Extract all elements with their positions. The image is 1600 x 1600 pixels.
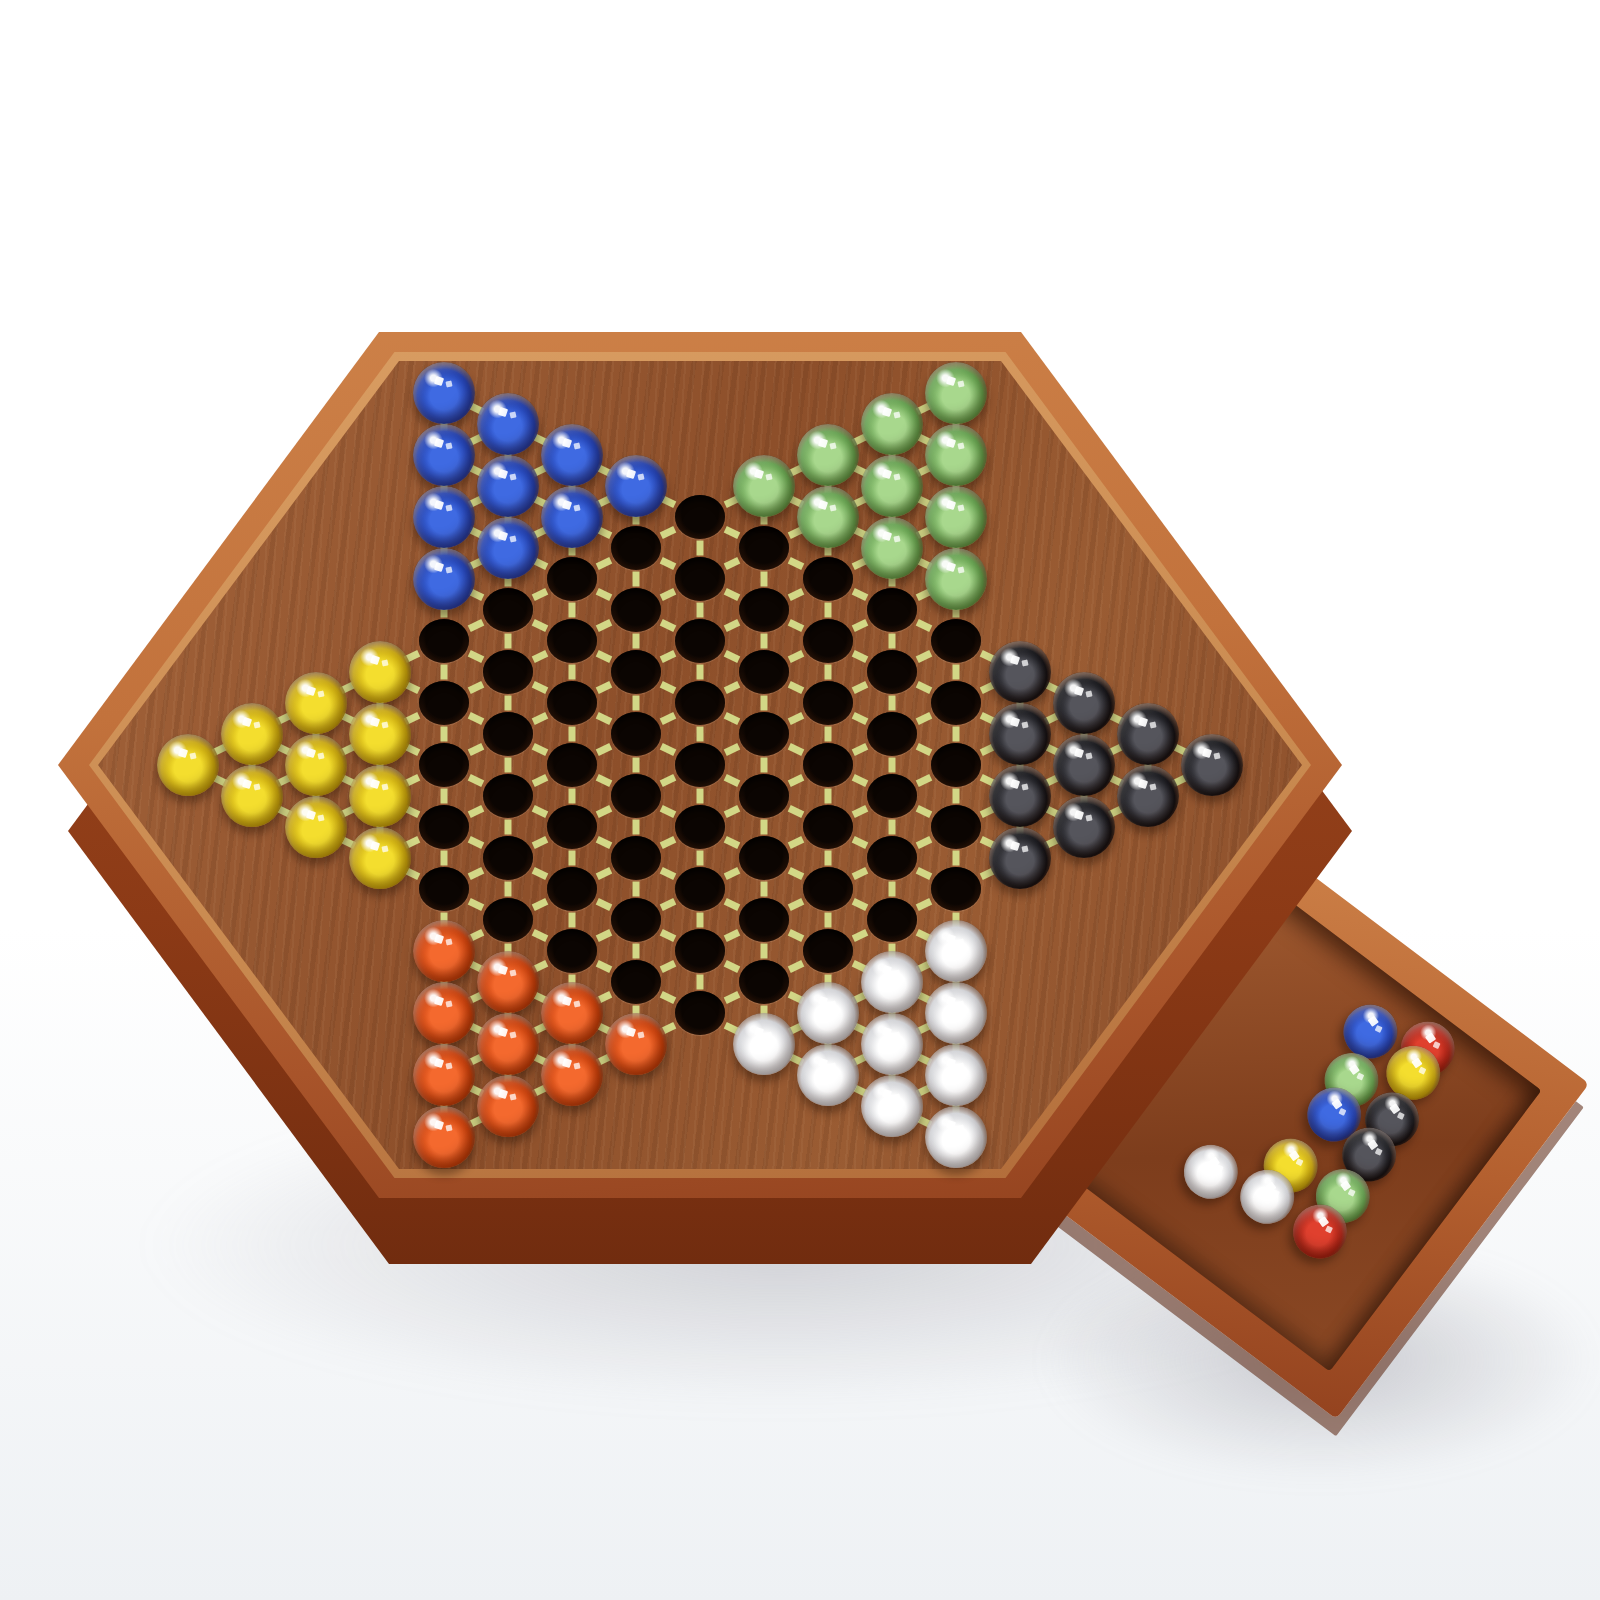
marble-orange[interactable]: [541, 1044, 603, 1106]
marble-highlight: [1086, 814, 1093, 821]
marble-blue[interactable]: [413, 362, 475, 424]
hole[interactable]: [803, 619, 853, 663]
marble-highlight: [830, 1062, 837, 1069]
marble-highlight: [882, 965, 892, 975]
marble-yellow[interactable]: [285, 672, 347, 734]
marble-white[interactable]: [925, 982, 987, 1044]
marble-black[interactable]: [1117, 703, 1179, 765]
marble-highlight: [318, 752, 325, 759]
marble-highlight: [1022, 783, 1029, 790]
marble-highlight: [1010, 779, 1020, 789]
marble-highlight: [562, 1058, 572, 1068]
hole[interactable]: [611, 712, 661, 756]
marble-highlight: [446, 1062, 453, 1069]
marble-highlight: [830, 504, 837, 511]
marble-highlight: [638, 1031, 645, 1038]
hole[interactable]: [547, 929, 597, 973]
marble-highlight: [574, 1062, 581, 1069]
hole[interactable]: [867, 898, 917, 942]
marble-blue[interactable]: [477, 393, 539, 455]
marble-highlight: [830, 442, 837, 449]
marble-blue[interactable]: [541, 424, 603, 486]
marble-white[interactable]: [925, 1106, 987, 1168]
marble-orange[interactable]: [413, 920, 475, 982]
hole[interactable]: [675, 681, 725, 725]
marble-highlight: [306, 748, 316, 758]
marble-highlight: [766, 473, 773, 480]
marble-green[interactable]: [797, 486, 859, 548]
hole[interactable]: [611, 588, 661, 632]
marble-highlight: [958, 380, 965, 387]
marble-highlight: [254, 783, 261, 790]
marble-black[interactable]: [989, 703, 1051, 765]
marble-highlight: [894, 411, 901, 418]
marble-highlight: [1214, 752, 1221, 759]
hole[interactable]: [611, 960, 661, 1004]
marble-highlight: [754, 1027, 764, 1037]
marble-highlight: [1339, 1107, 1347, 1115]
marble-highlight: [510, 473, 517, 480]
marble-highlight: [958, 1000, 965, 1007]
hole[interactable]: [675, 557, 725, 601]
hole[interactable]: [867, 836, 917, 880]
hole[interactable]: [739, 650, 789, 694]
marble-highlight: [1150, 783, 1157, 790]
scene: [0, 0, 1600, 1600]
marble-highlight: [446, 938, 453, 945]
marble-highlight: [1374, 1148, 1382, 1156]
marble-highlight: [946, 438, 956, 448]
marble-orange[interactable]: [605, 1013, 667, 1075]
marble-highlight: [510, 969, 517, 976]
marble-highlight: [894, 1031, 901, 1038]
marble-highlight: [574, 504, 581, 511]
marble-highlight: [946, 376, 956, 386]
marble-highlight: [946, 1058, 956, 1068]
marble-highlight: [1432, 1041, 1440, 1049]
marble-highlight: [562, 500, 572, 510]
marble-highlight: [370, 717, 380, 727]
marble-highlight: [446, 1000, 453, 1007]
hole[interactable]: [611, 774, 661, 818]
marble-white[interactable]: [797, 982, 859, 1044]
hole[interactable]: [867, 774, 917, 818]
hole[interactable]: [675, 929, 725, 973]
hole[interactable]: [931, 619, 981, 663]
marble-highlight: [1356, 1072, 1364, 1080]
marble-highlight: [882, 469, 892, 479]
marble-highlight: [434, 438, 444, 448]
hole[interactable]: [803, 805, 853, 849]
marble-yellow[interactable]: [349, 703, 411, 765]
marble-yellow[interactable]: [285, 734, 347, 796]
hole[interactable]: [483, 588, 533, 632]
marble-highlight: [958, 566, 965, 573]
marble-green[interactable]: [733, 455, 795, 517]
marble-green[interactable]: [861, 455, 923, 517]
marble-highlight: [818, 1058, 828, 1068]
marble-white[interactable]: [1173, 1134, 1249, 1210]
hole[interactable]: [931, 681, 981, 725]
marble-highlight: [946, 562, 956, 572]
marble-highlight: [894, 473, 901, 480]
marble-white[interactable]: [925, 1044, 987, 1106]
hole[interactable]: [739, 712, 789, 756]
marble-highlight: [434, 934, 444, 944]
hole[interactable]: [419, 743, 469, 787]
marble-highlight: [626, 469, 636, 479]
hole[interactable]: [483, 898, 533, 942]
marble-highlight: [882, 1089, 892, 1099]
marble-green[interactable]: [925, 548, 987, 610]
marble-highlight: [370, 779, 380, 789]
marble-highlight: [178, 748, 188, 758]
marble-highlight: [958, 1062, 965, 1069]
marble-black[interactable]: [1117, 765, 1179, 827]
marble-orange[interactable]: [541, 982, 603, 1044]
marble-highlight: [894, 1093, 901, 1100]
marble-highlight: [1216, 1165, 1224, 1173]
marble-highlight: [446, 566, 453, 573]
marble-green[interactable]: [861, 517, 923, 579]
marble-highlight: [574, 442, 581, 449]
marble-highlight: [498, 1089, 508, 1099]
marble-white[interactable]: [861, 951, 923, 1013]
marble-highlight: [510, 535, 517, 542]
marble-highlight: [946, 934, 956, 944]
hole[interactable]: [739, 836, 789, 880]
hole[interactable]: [547, 557, 597, 601]
hole[interactable]: [739, 588, 789, 632]
marble-blue[interactable]: [413, 548, 475, 610]
hole[interactable]: [547, 805, 597, 849]
marble-highlight: [1325, 1225, 1333, 1233]
marble-highlight: [894, 535, 901, 542]
hole[interactable]: [867, 712, 917, 756]
marble-orange[interactable]: [413, 1106, 475, 1168]
marble-highlight: [434, 1058, 444, 1068]
marble-highlight: [882, 531, 892, 541]
marble-highlight: [382, 783, 389, 790]
hole[interactable]: [483, 712, 533, 756]
marble-highlight: [382, 845, 389, 852]
hole[interactable]: [803, 743, 853, 787]
marble-highlight: [562, 438, 572, 448]
hole[interactable]: [867, 588, 917, 632]
marble-yellow[interactable]: [285, 796, 347, 858]
marble-green[interactable]: [925, 486, 987, 548]
marble-highlight: [254, 721, 261, 728]
marble-black[interactable]: [989, 641, 1051, 703]
marble-highlight: [1010, 655, 1020, 665]
marble-orange[interactable]: [477, 1013, 539, 1075]
marble-white[interactable]: [733, 1013, 795, 1075]
hole[interactable]: [547, 867, 597, 911]
hole[interactable]: [419, 619, 469, 663]
marble-blue[interactable]: [413, 486, 475, 548]
marble-yellow[interactable]: [221, 765, 283, 827]
hole[interactable]: [611, 898, 661, 942]
marble-highlight: [242, 779, 252, 789]
marble-white[interactable]: [925, 920, 987, 982]
marble-yellow[interactable]: [349, 827, 411, 889]
hole[interactable]: [931, 805, 981, 849]
hole[interactable]: [611, 836, 661, 880]
marble-highlight: [1010, 717, 1020, 727]
marble-yellow[interactable]: [349, 641, 411, 703]
hole[interactable]: [611, 650, 661, 694]
marble-orange[interactable]: [413, 1044, 475, 1106]
marble-yellow[interactable]: [157, 734, 219, 796]
hole[interactable]: [867, 650, 917, 694]
marble-highlight: [1272, 1190, 1280, 1198]
hole[interactable]: [803, 557, 853, 601]
marble-highlight: [1296, 1159, 1304, 1167]
marble-highlight: [818, 438, 828, 448]
marble-highlight: [1022, 659, 1029, 666]
marble-highlight: [958, 938, 965, 945]
marble-highlight: [1010, 841, 1020, 851]
marble-highlight: [510, 411, 517, 418]
marble-highlight: [626, 1027, 636, 1037]
hole[interactable]: [419, 681, 469, 725]
marble-highlight: [562, 996, 572, 1006]
hole[interactable]: [675, 743, 725, 787]
marble-highlight: [498, 469, 508, 479]
hole[interactable]: [675, 619, 725, 663]
marble-highlight: [946, 996, 956, 1006]
marble-highlight: [1397, 1112, 1405, 1120]
marble-highlight: [1074, 686, 1084, 696]
hole[interactable]: [675, 867, 725, 911]
marble-highlight: [766, 1031, 773, 1038]
marble-highlight: [1418, 1066, 1426, 1074]
marble-highlight: [434, 376, 444, 386]
marble-yellow[interactable]: [221, 703, 283, 765]
hole[interactable]: [675, 495, 725, 539]
marble-highlight: [1022, 845, 1029, 852]
marble-highlight: [446, 1124, 453, 1131]
marble-green[interactable]: [861, 393, 923, 455]
hole[interactable]: [419, 867, 469, 911]
marble-highlight: [1348, 1189, 1356, 1197]
hole[interactable]: [547, 681, 597, 725]
marble-highlight: [434, 996, 444, 1006]
marble-green[interactable]: [925, 424, 987, 486]
hole[interactable]: [419, 805, 469, 849]
marble-blue[interactable]: [477, 455, 539, 517]
marble-highlight: [382, 721, 389, 728]
hole[interactable]: [483, 650, 533, 694]
marble-highlight: [370, 841, 380, 851]
marble-highlight: [1138, 717, 1148, 727]
hole[interactable]: [611, 526, 661, 570]
hole[interactable]: [547, 743, 597, 787]
marble-highlight: [1202, 748, 1212, 758]
marble-black[interactable]: [1181, 734, 1243, 796]
marble-black[interactable]: [1053, 672, 1115, 734]
hole[interactable]: [931, 867, 981, 911]
hole[interactable]: [803, 681, 853, 725]
marble-blue[interactable]: [605, 455, 667, 517]
marble-white[interactable]: [861, 1075, 923, 1137]
marble-blue[interactable]: [413, 424, 475, 486]
marble-black[interactable]: [1053, 734, 1115, 796]
marble-highlight: [382, 659, 389, 666]
marble-highlight: [1086, 690, 1093, 697]
hole[interactable]: [547, 619, 597, 663]
marble-white[interactable]: [861, 1013, 923, 1075]
hole[interactable]: [739, 774, 789, 818]
marble-highlight: [1138, 779, 1148, 789]
marble-yellow[interactable]: [349, 765, 411, 827]
marble-highlight: [1074, 810, 1084, 820]
marble-orange[interactable]: [477, 1075, 539, 1137]
marble-white[interactable]: [797, 1044, 859, 1106]
hole[interactable]: [675, 805, 725, 849]
marble-highlight: [1086, 752, 1093, 759]
marble-highlight: [498, 407, 508, 417]
hole[interactable]: [739, 898, 789, 942]
marble-highlight: [1074, 748, 1084, 758]
hole[interactable]: [803, 867, 853, 911]
marble-highlight: [434, 562, 444, 572]
marble-blue[interactable]: [477, 517, 539, 579]
marble-highlight: [830, 1000, 837, 1007]
marble-highlight: [498, 531, 508, 541]
marble-highlight: [318, 814, 325, 821]
marble-highlight: [638, 473, 645, 480]
marble-highlight: [370, 655, 380, 665]
marble-highlight: [318, 690, 325, 697]
marble-highlight: [882, 407, 892, 417]
marble-highlight: [574, 1000, 581, 1007]
marble-highlight: [434, 500, 444, 510]
marble-highlight: [498, 1027, 508, 1037]
marble-highlight: [242, 717, 252, 727]
hole[interactable]: [739, 960, 789, 1004]
marble-black[interactable]: [989, 827, 1051, 889]
marble-highlight: [894, 969, 901, 976]
marble-highlight: [306, 810, 316, 820]
marble-highlight: [510, 1031, 517, 1038]
hole[interactable]: [931, 743, 981, 787]
marble-highlight: [1150, 721, 1157, 728]
marble-green[interactable]: [797, 424, 859, 486]
marble-highlight: [1375, 1024, 1383, 1032]
marble-black[interactable]: [989, 765, 1051, 827]
marble-highlight: [754, 469, 764, 479]
marble-highlight: [882, 1027, 892, 1037]
marble-green[interactable]: [925, 362, 987, 424]
marble-highlight: [946, 1120, 956, 1130]
marble-orange[interactable]: [413, 982, 475, 1044]
hole[interactable]: [483, 836, 533, 880]
marble-orange[interactable]: [477, 951, 539, 1013]
marble-black[interactable]: [1053, 796, 1115, 858]
hole[interactable]: [483, 774, 533, 818]
marble-highlight: [818, 500, 828, 510]
hole[interactable]: [803, 929, 853, 973]
marble-blue[interactable]: [541, 486, 603, 548]
marble-highlight: [958, 504, 965, 511]
hole[interactable]: [739, 526, 789, 570]
marble-highlight: [946, 500, 956, 510]
marble-highlight: [510, 1093, 517, 1100]
marble-highlight: [190, 752, 197, 759]
marble-highlight: [446, 504, 453, 511]
hole[interactable]: [675, 991, 725, 1035]
marble-highlight: [446, 380, 453, 387]
marble-highlight: [958, 1124, 965, 1131]
marble-highlight: [434, 1120, 444, 1130]
marble-highlight: [498, 965, 508, 975]
marble-highlight: [446, 442, 453, 449]
marble-highlight: [958, 442, 965, 449]
marble-highlight: [306, 686, 316, 696]
marble-highlight: [1022, 721, 1029, 728]
marble-highlight: [818, 996, 828, 1006]
